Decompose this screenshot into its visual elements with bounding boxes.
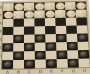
checkers-board: 87654321 ⛀⛀⛀⛀⛀⛀⛀⛀⛀⛀⛀⛀⛀⛀⛀⛀⛂⛂⛂⛂⛂⛂⛂⛂⛂⛂⛂⛂⛂⛂⛂… bbox=[0, 0, 90, 74]
checker-black[interactable]: ⛂ bbox=[36, 52, 45, 59]
checker-white[interactable]: ⛀ bbox=[14, 3, 23, 10]
checker-white[interactable]: ⛀ bbox=[66, 2, 76, 9]
square-h6[interactable] bbox=[76, 17, 87, 25]
checker-white[interactable]: ⛀ bbox=[76, 2, 86, 9]
square-h7[interactable]: ⛀ bbox=[76, 10, 87, 18]
square-e7[interactable]: ⛀ bbox=[45, 10, 56, 18]
file-label-f: F bbox=[57, 69, 68, 74]
square-b4[interactable]: ⛂ bbox=[13, 35, 24, 43]
square-e5[interactable] bbox=[45, 26, 56, 34]
checker-white[interactable]: ⛀ bbox=[35, 3, 44, 10]
square-g7[interactable]: ⛀ bbox=[65, 10, 76, 18]
square-d6[interactable] bbox=[34, 18, 45, 26]
square-d2[interactable]: ⛂ bbox=[35, 51, 46, 60]
square-a1[interactable]: ⛂ bbox=[2, 60, 13, 69]
square-b2[interactable]: ⛂ bbox=[13, 51, 24, 60]
square-a5[interactable] bbox=[3, 27, 14, 35]
square-c8[interactable]: ⛀ bbox=[24, 3, 34, 11]
square-d8[interactable]: ⛀ bbox=[34, 3, 44, 11]
checker-white[interactable]: ⛀ bbox=[24, 11, 34, 18]
square-f4[interactable]: ⛂ bbox=[56, 34, 67, 42]
checker-black[interactable]: ⛂ bbox=[68, 42, 77, 49]
square-a8[interactable]: ⛀ bbox=[3, 3, 13, 11]
square-f2[interactable]: ⛂ bbox=[56, 50, 67, 59]
square-f8[interactable]: ⛀ bbox=[55, 2, 66, 10]
square-g3[interactable]: ⛂ bbox=[67, 42, 78, 51]
square-d1[interactable] bbox=[35, 59, 46, 68]
square-f7[interactable]: ⛀ bbox=[55, 10, 66, 18]
checker-white[interactable]: ⛀ bbox=[76, 10, 86, 17]
checker-white[interactable]: ⛀ bbox=[4, 3, 13, 10]
square-c6[interactable] bbox=[24, 18, 35, 26]
checker-black[interactable]: ⛂ bbox=[57, 51, 66, 58]
square-h1[interactable] bbox=[78, 59, 89, 68]
square-c3[interactable]: ⛂ bbox=[24, 43, 35, 52]
square-b6[interactable] bbox=[13, 19, 24, 27]
square-h2[interactable]: ⛂ bbox=[78, 50, 89, 59]
square-f1[interactable] bbox=[57, 59, 68, 68]
square-c7[interactable]: ⛀ bbox=[24, 11, 34, 19]
checker-white[interactable]: ⛀ bbox=[55, 2, 65, 9]
square-h8[interactable]: ⛀ bbox=[75, 2, 86, 10]
square-g1[interactable]: ⛂ bbox=[68, 59, 79, 68]
file-label-d: D bbox=[35, 69, 46, 74]
file-label-a: A bbox=[2, 70, 13, 74]
file-label-b: B bbox=[13, 69, 24, 74]
checker-white[interactable]: ⛀ bbox=[45, 10, 55, 17]
checker-black[interactable]: ⛂ bbox=[57, 34, 66, 41]
file-label-e: E bbox=[46, 69, 57, 74]
square-a6[interactable] bbox=[3, 19, 14, 27]
checker-white[interactable]: ⛀ bbox=[35, 10, 45, 17]
checker-white[interactable]: ⛀ bbox=[14, 11, 23, 18]
square-e8[interactable]: ⛀ bbox=[44, 2, 55, 10]
square-d4[interactable]: ⛂ bbox=[35, 34, 46, 42]
checker-black[interactable]: ⛂ bbox=[25, 43, 34, 50]
checker-black[interactable]: ⛂ bbox=[69, 59, 78, 66]
square-g5[interactable] bbox=[66, 26, 77, 34]
square-e3[interactable]: ⛂ bbox=[45, 42, 56, 51]
square-c5[interactable] bbox=[24, 26, 35, 34]
square-h4[interactable]: ⛂ bbox=[77, 33, 88, 41]
square-a7[interactable]: ⛀ bbox=[3, 11, 14, 19]
square-c1[interactable]: ⛂ bbox=[24, 60, 35, 69]
square-d7[interactable]: ⛀ bbox=[34, 10, 45, 18]
square-a3[interactable]: ⛂ bbox=[2, 43, 13, 52]
checker-black[interactable]: ⛂ bbox=[14, 35, 23, 42]
checker-white[interactable]: ⛀ bbox=[45, 3, 55, 10]
checker-white[interactable]: ⛀ bbox=[55, 10, 65, 17]
square-e6[interactable] bbox=[45, 18, 56, 26]
checker-black[interactable]: ⛂ bbox=[25, 60, 34, 67]
checker-white[interactable]: ⛀ bbox=[66, 10, 76, 17]
checker-black[interactable]: ⛂ bbox=[78, 34, 87, 41]
checker-black[interactable]: ⛂ bbox=[47, 60, 56, 67]
checker-black[interactable]: ⛂ bbox=[36, 35, 45, 42]
checker-black[interactable]: ⛂ bbox=[46, 43, 55, 50]
square-b8[interactable]: ⛀ bbox=[14, 3, 24, 11]
square-e1[interactable]: ⛂ bbox=[46, 59, 57, 68]
checker-white[interactable]: ⛀ bbox=[24, 3, 33, 10]
checker-black[interactable]: ⛂ bbox=[3, 44, 12, 51]
file-label-g: G bbox=[68, 68, 79, 73]
checker-black[interactable]: ⛂ bbox=[79, 51, 88, 58]
checker-black[interactable]: ⛂ bbox=[3, 61, 12, 68]
board-grid: ⛀⛀⛀⛀⛀⛀⛀⛀⛀⛀⛀⛀⛀⛀⛀⛀⛂⛂⛂⛂⛂⛂⛂⛂⛂⛂⛂⛂⛂⛂⛂⛂ bbox=[2, 2, 90, 69]
square-g6[interactable] bbox=[66, 18, 77, 26]
checker-white[interactable]: ⛀ bbox=[4, 11, 14, 18]
photo-scene: 87654321 ⛀⛀⛀⛀⛀⛀⛀⛀⛀⛀⛀⛀⛀⛀⛀⛀⛂⛂⛂⛂⛂⛂⛂⛂⛂⛂⛂⛂⛂⛂⛂… bbox=[0, 0, 90, 74]
square-f6[interactable] bbox=[55, 18, 66, 26]
file-label-h: H bbox=[79, 68, 90, 73]
square-b1[interactable] bbox=[13, 60, 24, 69]
square-b7[interactable]: ⛀ bbox=[13, 11, 23, 19]
checker-black[interactable]: ⛂ bbox=[14, 52, 23, 59]
file-label-c: C bbox=[24, 69, 35, 74]
